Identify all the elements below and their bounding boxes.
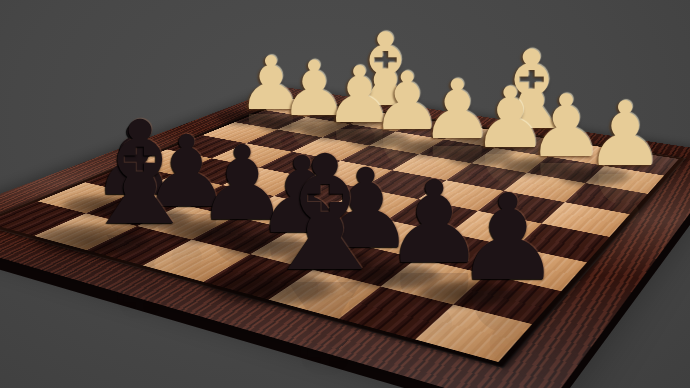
black-pawn-a7[interactable]: ♟ xyxy=(455,179,562,298)
black-bishop-f8[interactable]: ♝ xyxy=(76,102,204,245)
white-pawn-a2[interactable]: ♟ xyxy=(585,90,665,179)
black-bishop-c8[interactable]: ♝ xyxy=(254,134,397,293)
chess-render-scene: ♟♟♟♟♟♟♟♟♟♟♟♟♟♟♟♟♝♝♝♝♟♟♟♟♟♟♟♟♟♟♟♟♟♟♝♝♝♝ xyxy=(0,0,690,388)
pieces-layer: ♟♟♟♟♟♟♟♟♟♟♟♟♟♟♟♟♝♝♝♝♟♟♟♟♟♟♟♟♟♟♟♟♟♟♝♝♝♝ xyxy=(0,0,690,388)
